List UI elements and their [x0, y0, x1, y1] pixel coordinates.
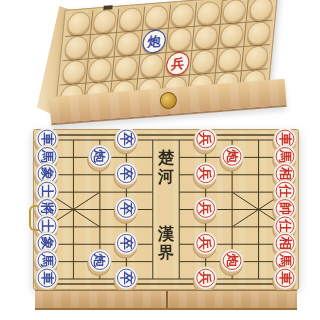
storage-cell	[221, 0, 249, 25]
storage-cell	[216, 47, 244, 73]
river-text: 河	[157, 167, 174, 186]
svg-text:卒: 卒	[119, 237, 134, 250]
svg-text:象: 象	[40, 166, 55, 180]
board-svg: 楚河漢界車卒兵車馬炮炮馬象卒兵相士仕將卒兵帥士仕象卒兵相馬炮炮馬車卒兵車	[33, 129, 299, 290]
stored-piece-facedown[interactable]	[246, 21, 271, 46]
storage-cell: 兵	[164, 51, 192, 77]
svg-text:車: 車	[278, 271, 293, 286]
svg-text:將: 將	[40, 201, 55, 215]
storage-cell	[190, 49, 218, 75]
storage-cell	[112, 55, 140, 81]
svg-text:兵: 兵	[198, 132, 213, 146]
stored-piece-facedown[interactable]	[248, 0, 273, 22]
storage-cell	[143, 5, 171, 31]
piece-red-兵[interactable]: 兵	[193, 232, 217, 258]
stored-piece-facedown[interactable]	[118, 7, 143, 32]
stored-piece-facedown[interactable]	[219, 23, 244, 48]
svg-text:馬: 馬	[40, 149, 55, 163]
storage-cell	[60, 59, 88, 85]
piece-blue-炮[interactable]: 炮	[88, 249, 112, 275]
svg-text:卒: 卒	[119, 272, 134, 285]
piece-blue-卒[interactable]: 卒	[114, 232, 138, 258]
storage-cell	[244, 21, 272, 47]
piece-red-炮[interactable]: 炮	[220, 145, 244, 171]
stored-piece-facedown[interactable]	[139, 53, 164, 78]
stored-piece-facedown[interactable]	[191, 49, 216, 74]
svg-text:炮: 炮	[225, 253, 240, 268]
storage-cell	[192, 25, 220, 51]
stored-piece-facedown[interactable]	[193, 25, 218, 50]
piece-red-兵[interactable]: 兵	[193, 197, 217, 223]
svg-text:炮: 炮	[92, 253, 107, 268]
piece-blue-炮[interactable]: 炮	[88, 145, 112, 171]
svg-text:士: 士	[40, 219, 55, 232]
svg-text:兵: 兵	[198, 236, 213, 250]
svg-text:象: 象	[40, 236, 55, 250]
piece-blue-卒[interactable]: 卒	[114, 129, 138, 154]
svg-text:馬: 馬	[278, 253, 293, 267]
svg-text:車: 車	[40, 132, 55, 147]
storage-cell	[195, 0, 223, 26]
river-text: 楚	[157, 148, 175, 167]
piece-blue-卒[interactable]: 卒	[114, 162, 138, 188]
piece-red-炮[interactable]: 炮	[220, 249, 244, 275]
storage-cell	[115, 31, 143, 57]
storage-cell	[65, 11, 93, 37]
stored-piece-facedown[interactable]	[61, 59, 86, 84]
storage-cell	[218, 23, 246, 49]
stored-piece-facedown[interactable]	[87, 57, 112, 82]
board-front-edge	[35, 290, 297, 310]
clasp-icon	[159, 91, 177, 109]
stored-piece-facedown[interactable]	[168, 27, 193, 52]
storage-cell	[63, 35, 91, 61]
storage-cell	[86, 57, 114, 83]
svg-text:兵: 兵	[198, 166, 213, 180]
fold-seam	[166, 291, 168, 308]
closed-box: 炮兵	[46, 0, 290, 122]
stored-piece-facedown[interactable]	[222, 0, 247, 24]
svg-text:卒: 卒	[119, 202, 134, 215]
stored-piece-faceup-炮[interactable]: 炮	[142, 29, 167, 54]
svg-text:帥: 帥	[278, 202, 293, 215]
stored-piece-facedown[interactable]	[113, 55, 138, 80]
svg-text:車: 車	[40, 271, 55, 286]
storage-cell	[89, 33, 117, 59]
product-photo: 炮兵 楚河漢界車卒兵車馬炮炮馬象卒兵相士仕將卒兵帥士仕象卒兵相馬炮炮馬車卒兵車	[0, 0, 320, 320]
river-text: 漢	[157, 224, 175, 243]
svg-text:相: 相	[278, 166, 293, 180]
piece-red-兵[interactable]: 兵	[193, 162, 217, 188]
storage-cell	[169, 3, 197, 29]
stored-piece-facedown[interactable]	[64, 35, 89, 60]
svg-text:馬: 馬	[40, 253, 55, 267]
storage-cell	[138, 53, 166, 79]
storage-cell	[242, 45, 270, 71]
svg-text:士: 士	[40, 185, 55, 198]
storage-cell	[166, 27, 194, 53]
svg-text:仕: 仕	[278, 184, 293, 198]
svg-text:兵: 兵	[198, 201, 213, 215]
stored-piece-facedown[interactable]	[116, 31, 141, 56]
svg-text:炮: 炮	[225, 149, 240, 164]
stored-piece-facedown[interactable]	[90, 33, 115, 58]
svg-text:卒: 卒	[119, 133, 134, 146]
stored-piece-facedown[interactable]	[144, 5, 169, 30]
stored-piece-facedown[interactable]	[66, 11, 91, 36]
svg-text:卒: 卒	[119, 167, 134, 180]
stored-piece-faceup-兵[interactable]: 兵	[165, 51, 190, 76]
svg-text:車: 車	[278, 132, 293, 147]
stored-piece-facedown[interactable]	[170, 3, 195, 28]
storage-cell	[247, 0, 275, 23]
svg-text:兵: 兵	[198, 271, 213, 285]
piece-red-兵[interactable]: 兵	[193, 129, 217, 154]
stored-piece-facedown[interactable]	[92, 9, 117, 34]
open-board: 楚河漢界車卒兵車馬炮炮馬象卒兵相士仕將卒兵帥士仕象卒兵相馬炮炮馬車卒兵車	[33, 129, 299, 311]
svg-text:相: 相	[278, 236, 293, 250]
latch-hook-icon	[29, 205, 39, 231]
storage-cell: 炮	[140, 29, 168, 55]
stored-piece-facedown[interactable]	[196, 1, 221, 26]
storage-cell	[91, 9, 119, 35]
stored-piece-facedown[interactable]	[217, 47, 242, 72]
piece-blue-卒[interactable]: 卒	[114, 197, 138, 223]
svg-text:馬: 馬	[278, 149, 293, 163]
river-text: 界	[157, 243, 174, 262]
svg-text:仕: 仕	[278, 218, 293, 232]
svg-text:炮: 炮	[92, 149, 107, 164]
storage-cell	[117, 7, 145, 33]
stored-piece-facedown[interactable]	[243, 45, 268, 70]
